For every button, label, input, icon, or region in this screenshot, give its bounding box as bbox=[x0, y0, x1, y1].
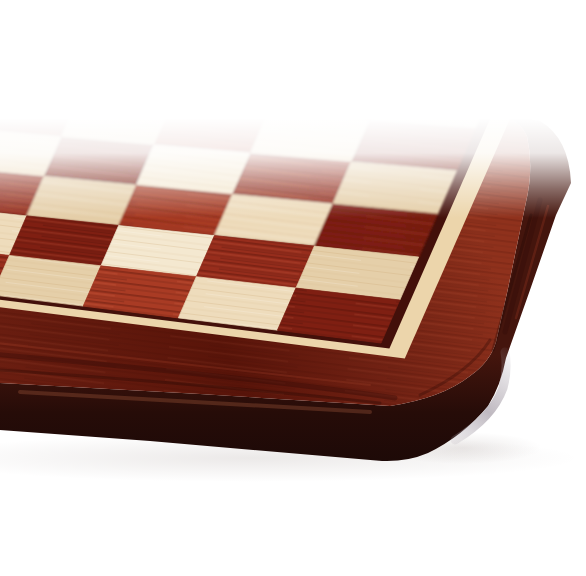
photo-stage bbox=[0, 0, 586, 576]
chess-board bbox=[0, 0, 586, 576]
background-overexposed-top bbox=[0, 0, 586, 119]
background-whiteout-fade bbox=[0, 118, 586, 219]
